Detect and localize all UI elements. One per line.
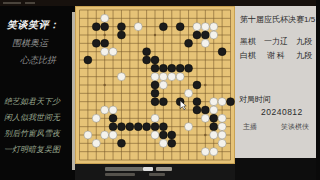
black-player-name: 一力辽 — [264, 36, 288, 47]
white-stone — [201, 114, 209, 122]
titlebar-text-blur — [25, 2, 35, 4]
white-stone — [185, 89, 193, 97]
black-stone — [151, 98, 159, 106]
host-row: 主播 笑谈棋侠 — [243, 122, 309, 132]
white-label: 白棋 — [240, 50, 256, 61]
black-stone — [168, 64, 176, 72]
game-time-value: 20240812 — [261, 107, 303, 117]
player-row-black: 黑棋 一力辽 九段 — [240, 36, 312, 47]
white-stone — [210, 98, 218, 106]
titlebar-text-blur — [3, 2, 21, 4]
black-stone — [210, 123, 218, 131]
white-stone — [201, 148, 209, 156]
toolbar-chip[interactable] — [105, 167, 143, 171]
black-stone — [210, 114, 218, 122]
white-player-name: 谢 科 — [267, 50, 285, 61]
black-stone — [143, 56, 151, 64]
black-stone — [185, 39, 193, 47]
black-label: 黑棋 — [240, 36, 256, 47]
poem-line: 别后竹窗风雪夜 — [4, 126, 60, 142]
white-stone — [159, 81, 167, 89]
black-stone — [117, 123, 125, 131]
white-stone — [185, 123, 193, 131]
black-stone — [168, 131, 176, 139]
white-stone — [176, 73, 184, 81]
black-stone — [109, 123, 117, 131]
white-stone — [193, 23, 201, 31]
white-stone — [210, 23, 218, 31]
black-stone — [151, 81, 159, 89]
black-stone — [168, 139, 176, 147]
show-title: 笑谈笑评： — [7, 18, 73, 32]
poem-line: 闲人似我世间无 — [4, 110, 60, 126]
star-point — [103, 84, 105, 86]
host-name: 笑谈棋侠 — [281, 122, 309, 132]
host-label: 主播 — [243, 122, 257, 132]
black-stone — [101, 23, 109, 31]
black-stone — [92, 23, 100, 31]
black-stone — [185, 64, 193, 72]
toolbar-chip[interactable] — [156, 167, 172, 171]
white-stone — [201, 39, 209, 47]
go-board — [75, 6, 235, 164]
white-stone — [109, 106, 117, 114]
board-toolbar — [75, 164, 235, 180]
white-stone — [101, 131, 109, 139]
white-stone — [218, 123, 226, 131]
white-stone — [151, 114, 159, 122]
black-stone — [151, 56, 159, 64]
black-stone — [117, 139, 125, 147]
star-point — [204, 134, 206, 136]
black-stone — [151, 64, 159, 72]
game-info-panel: 第十届应氏杯决赛1/5 黑棋 一力辽 九段 白棋 谢 科 九段 对局时间 202… — [235, 6, 316, 158]
white-stone — [218, 131, 226, 139]
black-stone — [176, 64, 184, 72]
poem-text: 绝艺如君天下少 闲人似我世间无 别后竹窗风雪夜 一灯明暗复吴图 — [4, 94, 60, 158]
white-stone — [218, 114, 226, 122]
black-stone — [92, 39, 100, 47]
black-stone — [159, 131, 167, 139]
white-stone — [92, 139, 100, 147]
show-subtitle-2: 心态比拼 — [20, 54, 56, 67]
black-stone — [218, 48, 226, 56]
black-stone — [101, 39, 109, 47]
black-stone — [176, 23, 184, 31]
video-frame: 笑谈笑评： 围棋奥运 心态比拼 绝艺如君天下少 闲人似我世间无 别后竹窗风雪夜 … — [0, 0, 320, 180]
panel-bottom-filler — [235, 158, 316, 180]
white-stone — [159, 139, 167, 147]
black-stone — [117, 31, 125, 39]
black-stone — [109, 114, 117, 122]
white-player-rank: 九段 — [296, 50, 312, 61]
white-stone — [151, 73, 159, 81]
white-stone — [151, 131, 159, 139]
white-stone — [159, 73, 167, 81]
black-stone — [151, 89, 159, 97]
black-stone — [134, 123, 142, 131]
white-stone — [101, 106, 109, 114]
white-stone — [101, 14, 109, 22]
star-point — [103, 34, 105, 36]
black-stone — [159, 123, 167, 131]
white-stone — [134, 23, 142, 31]
white-stone — [117, 73, 125, 81]
black-stone — [143, 123, 151, 131]
black-stone — [126, 123, 134, 131]
black-stone — [159, 98, 167, 106]
black-stone — [117, 23, 125, 31]
black-stone — [193, 106, 201, 114]
white-stone — [218, 139, 226, 147]
black-stone — [201, 106, 209, 114]
white-stone — [218, 98, 226, 106]
black-stone — [193, 98, 201, 106]
black-stone — [143, 48, 151, 56]
black-player-rank: 九段 — [296, 36, 312, 47]
white-stone — [84, 131, 92, 139]
show-subtitle-1: 围棋奥运 — [12, 37, 48, 50]
white-stone — [109, 131, 117, 139]
white-stone — [109, 48, 117, 56]
star-point — [154, 34, 156, 36]
toolbar-chip[interactable] — [149, 173, 165, 176]
poem-line: 一灯明暗复吴图 — [4, 142, 60, 158]
game-time-label: 对局时间 — [239, 94, 271, 105]
white-stone — [210, 131, 218, 139]
black-stone — [193, 31, 201, 39]
white-stone — [168, 73, 176, 81]
white-stone — [92, 114, 100, 122]
commentary-panel: 笑谈笑评： 围棋奥运 心态比拼 绝艺如君天下少 闲人似我世间无 别后竹窗风雪夜 … — [0, 6, 75, 180]
black-stone — [193, 81, 201, 89]
toolbar-chip[interactable] — [143, 167, 153, 171]
white-stone — [201, 23, 209, 31]
screen-right-edge — [316, 0, 320, 180]
event-title: 第十届应氏杯决赛1/5 — [240, 14, 315, 25]
toolbar-chip[interactable] — [105, 173, 135, 176]
star-point — [204, 84, 206, 86]
black-stone — [151, 123, 159, 131]
black-stone — [159, 23, 167, 31]
white-stone — [210, 106, 218, 114]
black-stone — [84, 56, 92, 64]
player-row-white: 白棋 谢 科 九段 — [240, 50, 312, 61]
poem-line: 绝艺如君天下少 — [4, 94, 60, 110]
white-stone — [101, 48, 109, 56]
black-stone — [227, 98, 235, 106]
white-stone — [210, 31, 218, 39]
black-stone — [201, 31, 209, 39]
white-stone — [210, 148, 218, 156]
black-stone — [159, 64, 167, 72]
